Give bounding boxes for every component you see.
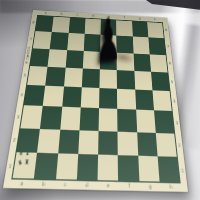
photo-scene: abcdefgh abcdefgh 87654321 87654321 ®CHE… <box>0 0 200 200</box>
square-c5 <box>64 67 83 87</box>
square-h3 <box>154 111 174 133</box>
square-g8 <box>132 21 148 37</box>
square-c6 <box>65 50 83 69</box>
file-label-f: f <box>119 182 140 191</box>
file-label-d: d <box>76 181 98 190</box>
square-a6 <box>30 48 50 67</box>
square-b5 <box>45 67 65 87</box>
square-g4 <box>135 90 154 111</box>
square-c3 <box>60 107 81 130</box>
square-d4 <box>80 87 99 108</box>
emblem-piece-glyph: ♜ <box>23 157 30 165</box>
square-h7 <box>148 38 165 55</box>
square-a7 <box>33 31 52 48</box>
square-h2 <box>155 132 176 156</box>
file-label-c: c <box>54 180 76 189</box>
file-label-h: h <box>160 183 181 192</box>
square-b3 <box>40 106 62 129</box>
square-e2 <box>98 130 118 154</box>
file-label-a: a <box>10 179 33 188</box>
square-h5 <box>151 71 170 91</box>
square-c7 <box>67 33 85 50</box>
square-b1 <box>34 152 58 179</box>
square-h1 <box>157 156 179 182</box>
square-f1 <box>118 155 139 181</box>
square-a8 <box>35 16 53 32</box>
square-h6 <box>149 54 167 72</box>
square-g3 <box>136 110 156 133</box>
square-b6 <box>48 49 67 68</box>
square-a4 <box>24 85 46 106</box>
square-g1 <box>138 155 160 181</box>
black-pawn-icon: ♟ <box>96 17 121 64</box>
square-g5 <box>134 71 152 91</box>
square-c2 <box>58 129 80 154</box>
file-label-b: b <box>32 180 55 189</box>
square-e1 <box>98 154 119 180</box>
square-b7 <box>50 32 68 49</box>
square-h8 <box>147 22 164 38</box>
square-d2 <box>78 130 99 154</box>
square-h4 <box>152 90 172 111</box>
square-b4 <box>43 86 64 107</box>
square-c4 <box>62 86 82 107</box>
square-d3 <box>79 108 99 131</box>
black-pawn-piece: ♟ <box>91 15 127 63</box>
square-b2 <box>37 128 60 153</box>
file-label-e: e <box>97 181 118 190</box>
square-e4 <box>99 88 117 109</box>
square-f4 <box>117 89 136 110</box>
file-label-g: g <box>139 182 160 191</box>
emblem-piece-glyph: ♝ <box>24 148 31 156</box>
manufacturer-emblem-icon: ♛♝♞♜ <box>16 148 32 166</box>
square-e3 <box>99 108 118 131</box>
square-a5 <box>27 66 48 86</box>
square-b8 <box>52 17 70 33</box>
square-d1 <box>77 154 98 180</box>
square-c1 <box>55 153 78 180</box>
square-c8 <box>68 18 85 34</box>
square-f3 <box>117 109 136 132</box>
square-g2 <box>137 132 158 156</box>
square-f2 <box>118 131 138 155</box>
